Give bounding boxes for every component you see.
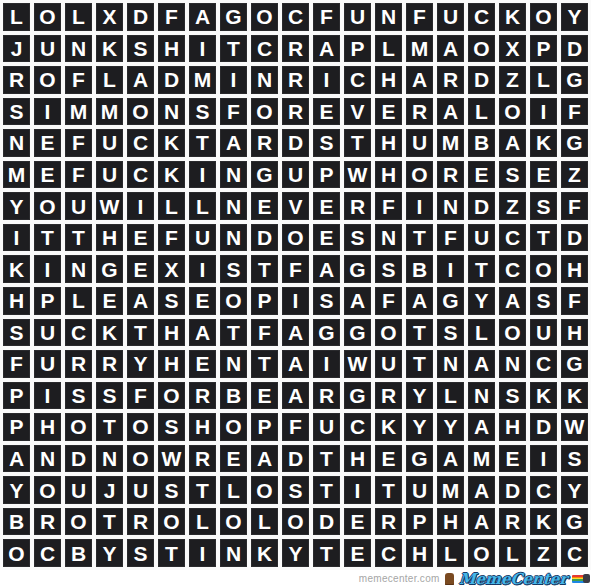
- grid-cell-r14c6: S: [158, 413, 185, 441]
- grid-cell-r6c19: Z: [561, 161, 588, 189]
- grid-cell-r11c13: O: [375, 319, 402, 347]
- grid-cell-r2c9: C: [251, 35, 278, 63]
- word-search-meme: LOLXDFAGOCFUNFUCKOYJUNKSHITCRAPLMAOXPDRO…: [0, 0, 591, 587]
- grid-cell-r10c5: A: [127, 287, 154, 315]
- grid-cell-r4c8: F: [220, 98, 247, 126]
- grid-cell-r15c16: M: [468, 445, 495, 473]
- grid-cell-r1c6: F: [158, 3, 185, 31]
- grid-cell-r17c6: O: [158, 508, 185, 536]
- grid-cell-r5c16: B: [468, 129, 495, 157]
- grid-cell-r7c16: D: [468, 192, 495, 220]
- grid-cell-r11c10: A: [282, 319, 309, 347]
- grid-cell-r4c3: M: [65, 98, 92, 126]
- grid-cell-r10c3: L: [65, 287, 92, 315]
- grid-cell-r17c17: R: [499, 508, 526, 536]
- grid-cell-r18c16: O: [468, 539, 495, 567]
- grid-cell-r8c9: D: [251, 224, 278, 252]
- grid-cell-r10c16: Y: [468, 287, 495, 315]
- grid-cell-r16c8: L: [220, 476, 247, 504]
- grid-cell-r3c6: D: [158, 66, 185, 94]
- grid-cell-r6c7: I: [189, 161, 216, 189]
- grid-cell-r12c3: R: [65, 350, 92, 378]
- grid-cell-r14c13: K: [375, 413, 402, 441]
- grid-cell-r14c2: H: [34, 413, 61, 441]
- grid-cell-r10c13: F: [375, 287, 402, 315]
- grid-cell-r11c17: O: [499, 319, 526, 347]
- grid-cell-r17c7: L: [189, 508, 216, 536]
- grid-cell-r11c6: H: [158, 319, 185, 347]
- grid-cell-r1c9: O: [251, 3, 278, 31]
- grid-cell-r12c15: N: [437, 350, 464, 378]
- grid-cell-r9c7: I: [189, 255, 216, 283]
- grid-cell-r3c5: A: [127, 66, 154, 94]
- grid-cell-r8c19: D: [561, 224, 588, 252]
- grid-cell-r16c15: M: [437, 476, 464, 504]
- grid-cell-r6c1: M: [3, 161, 30, 189]
- grid-cell-r17c8: O: [220, 508, 247, 536]
- grid-cell-r9c14: B: [406, 255, 433, 283]
- grid-cell-r12c5: Y: [127, 350, 154, 378]
- grid-cell-r18c19: C: [561, 539, 588, 567]
- grid-cell-r7c1: Y: [3, 192, 30, 220]
- grid-cell-r18c7: I: [189, 539, 216, 567]
- grid-cell-r3c15: R: [437, 66, 464, 94]
- grid-cell-r9c17: C: [499, 255, 526, 283]
- grid-cell-r4c10: R: [282, 98, 309, 126]
- grid-cell-r4c9: O: [251, 98, 278, 126]
- grid-cell-r8c17: C: [499, 224, 526, 252]
- grid-cell-r5c2: E: [34, 129, 61, 157]
- grid-cell-r5c19: G: [561, 129, 588, 157]
- grid-cell-r4c12: V: [344, 98, 371, 126]
- grid-cell-r17c19: G: [561, 508, 588, 536]
- grid-cell-r5c8: A: [220, 129, 247, 157]
- grid-cell-r17c12: E: [344, 508, 371, 536]
- grid-cell-r16c19: Y: [561, 476, 588, 504]
- grid-cell-r10c14: A: [406, 287, 433, 315]
- grid-cell-r6c5: C: [127, 161, 154, 189]
- grid-cell-r6c17: S: [499, 161, 526, 189]
- grid-cell-r6c8: N: [220, 161, 247, 189]
- grid-cell-r7c18: S: [530, 192, 557, 220]
- grid-cell-r7c11: E: [313, 192, 340, 220]
- grid-cell-r18c8: N: [220, 539, 247, 567]
- grid-cell-r1c17: K: [499, 3, 526, 31]
- grid-cell-r5c6: K: [158, 129, 185, 157]
- grid-cell-r3c19: G: [561, 66, 588, 94]
- grid-cell-r13c12: G: [344, 382, 371, 410]
- grid-cell-r4c4: M: [96, 98, 123, 126]
- grid-cell-r1c7: A: [189, 3, 216, 31]
- grid-cell-r1c11: F: [313, 3, 340, 31]
- grid-cell-r7c2: O: [34, 192, 61, 220]
- grid-cell-r17c14: P: [406, 508, 433, 536]
- grid-cell-r14c8: O: [220, 413, 247, 441]
- grid-cell-r11c8: T: [220, 319, 247, 347]
- grid-cell-r14c1: P: [3, 413, 30, 441]
- grid-cell-r2c6: H: [158, 35, 185, 63]
- grid-cell-r2c14: M: [406, 35, 433, 63]
- grid-cell-r17c4: T: [96, 508, 123, 536]
- grid-cell-r15c4: N: [96, 445, 123, 473]
- grid-cell-r11c18: U: [530, 319, 557, 347]
- grid-cell-r13c8: B: [220, 382, 247, 410]
- grid-cell-r15c2: N: [34, 445, 61, 473]
- grid-cell-r8c13: N: [375, 224, 402, 252]
- grid-cell-r9c6: X: [158, 255, 185, 283]
- bear-mascot-icon: [445, 573, 454, 585]
- grid-cell-r9c15: I: [437, 255, 464, 283]
- grid-cell-r16c10: S: [282, 476, 309, 504]
- grid-cell-r15c3: D: [65, 445, 92, 473]
- grid-cell-r11c4: K: [96, 319, 123, 347]
- grid-cell-r2c3: N: [65, 35, 92, 63]
- grid-cell-r11c19: H: [561, 319, 588, 347]
- grid-cell-r16c12: I: [344, 476, 371, 504]
- grid-cell-r3c12: C: [344, 66, 371, 94]
- grid-cell-r2c1: J: [3, 35, 30, 63]
- grid-cell-r6c9: G: [251, 161, 278, 189]
- grid-cell-r7c5: I: [127, 192, 154, 220]
- grid-cell-r9c16: T: [468, 255, 495, 283]
- grid-cell-r18c9: K: [251, 539, 278, 567]
- grid-cell-r3c11: I: [313, 66, 340, 94]
- grid-cell-r10c6: S: [158, 287, 185, 315]
- grid-cell-r5c1: N: [3, 129, 30, 157]
- grid-cell-r7c9: E: [251, 192, 278, 220]
- grid-cell-r18c17: L: [499, 539, 526, 567]
- grid-cell-r1c5: D: [127, 3, 154, 31]
- grid-cell-r13c2: I: [34, 382, 61, 410]
- grid-cell-r4c11: E: [313, 98, 340, 126]
- grid-cell-r15c18: I: [530, 445, 557, 473]
- grid-cell-r10c8: O: [220, 287, 247, 315]
- grid-cell-r12c11: I: [313, 350, 340, 378]
- grid-cell-r9c18: O: [530, 255, 557, 283]
- grid-cell-r10c12: A: [344, 287, 371, 315]
- grid-cell-r8c5: E: [127, 224, 154, 252]
- grid-cell-r9c11: A: [313, 255, 340, 283]
- grid-cell-r16c13: T: [375, 476, 402, 504]
- grid-cell-r8c18: T: [530, 224, 557, 252]
- grid-cell-r9c5: E: [127, 255, 154, 283]
- grid-cell-r11c14: T: [406, 319, 433, 347]
- grid-cell-r5c18: K: [530, 129, 557, 157]
- grid-cell-r10c9: P: [251, 287, 278, 315]
- grid-cell-r1c18: O: [530, 3, 557, 31]
- grid-cell-r9c12: G: [344, 255, 371, 283]
- grid-cell-r17c11: D: [313, 508, 340, 536]
- grid-cell-r17c15: H: [437, 508, 464, 536]
- grid-cell-r16c18: C: [530, 476, 557, 504]
- grid-cell-r6c18: E: [530, 161, 557, 189]
- grid-cell-r18c11: T: [313, 539, 340, 567]
- grid-cell-r6c10: U: [282, 161, 309, 189]
- grid-cell-r4c15: A: [437, 98, 464, 126]
- grid-cell-r8c12: S: [344, 224, 371, 252]
- grid-cell-r1c12: U: [344, 3, 371, 31]
- grid-cell-r7c3: U: [65, 192, 92, 220]
- site-url-text: memecenter.com: [359, 573, 440, 584]
- grid-cell-r9c1: K: [3, 255, 30, 283]
- grid-cell-r13c3: S: [65, 382, 92, 410]
- grid-cell-r3c18: L: [530, 66, 557, 94]
- grid-cell-r10c18: S: [530, 287, 557, 315]
- grid-cell-r9c13: S: [375, 255, 402, 283]
- grid-cell-r15c14: G: [406, 445, 433, 473]
- grid-cell-r18c13: C: [375, 539, 402, 567]
- grid-cell-r8c4: H: [96, 224, 123, 252]
- grid-cell-r15c7: R: [189, 445, 216, 473]
- grid-cell-r8c11: E: [313, 224, 340, 252]
- grid-cell-r7c8: N: [220, 192, 247, 220]
- grid-cell-r1c19: Y: [561, 3, 588, 31]
- grid-cell-r3c16: D: [468, 66, 495, 94]
- grid-cell-r13c9: E: [251, 382, 278, 410]
- grid-cell-r8c15: F: [437, 224, 464, 252]
- grid-cell-r3c10: R: [282, 66, 309, 94]
- grid-cell-r13c15: L: [437, 382, 464, 410]
- grid-cell-r13c19: K: [561, 382, 588, 410]
- grid-cell-r15c8: E: [220, 445, 247, 473]
- grid-cell-r4c5: O: [127, 98, 154, 126]
- grid-cell-r7c14: I: [406, 192, 433, 220]
- grid-cell-r15c19: S: [561, 445, 588, 473]
- grid-cell-r12c4: R: [96, 350, 123, 378]
- grid-cell-r17c9: L: [251, 508, 278, 536]
- grid-cell-r14c15: Y: [437, 413, 464, 441]
- grid-cell-r11c7: A: [189, 319, 216, 347]
- grid-cell-r8c16: U: [468, 224, 495, 252]
- grid-cell-r14c18: D: [530, 413, 557, 441]
- grid-cell-r16c14: U: [406, 476, 433, 504]
- grid-cell-r4c17: O: [499, 98, 526, 126]
- memecenter-logo: MemeCenter: [458, 570, 568, 587]
- grid-cell-r1c14: F: [406, 3, 433, 31]
- grid-cell-r16c17: D: [499, 476, 526, 504]
- grid-cell-r16c1: Y: [3, 476, 30, 504]
- grid-cell-r17c5: R: [127, 508, 154, 536]
- grid-cell-r11c9: F: [251, 319, 278, 347]
- grid-cell-r16c6: S: [158, 476, 185, 504]
- nyan-cat-icon: [572, 575, 586, 583]
- grid-cell-r4c14: R: [406, 98, 433, 126]
- grid-cell-r3c7: M: [189, 66, 216, 94]
- grid-cell-r2c13: L: [375, 35, 402, 63]
- grid-cell-r8c3: T: [65, 224, 92, 252]
- grid-cell-r12c2: U: [34, 350, 61, 378]
- grid-cell-r15c9: A: [251, 445, 278, 473]
- grid-cell-r10c19: F: [561, 287, 588, 315]
- grid-cell-r14c7: H: [189, 413, 216, 441]
- grid-cell-r12c9: T: [251, 350, 278, 378]
- grid-cell-r8c7: U: [189, 224, 216, 252]
- grid-cell-r10c4: E: [96, 287, 123, 315]
- grid-cell-r8c1: I: [3, 224, 30, 252]
- grid-cell-r11c16: L: [468, 319, 495, 347]
- grid-cell-r12c14: T: [406, 350, 433, 378]
- grid-cell-r16c5: U: [127, 476, 154, 504]
- grid-cell-r9c10: F: [282, 255, 309, 283]
- grid-cell-r17c3: O: [65, 508, 92, 536]
- grid-cell-r3c13: H: [375, 66, 402, 94]
- grid-cell-r15c13: E: [375, 445, 402, 473]
- grid-cell-r5c13: H: [375, 129, 402, 157]
- grid-cell-r3c3: F: [65, 66, 92, 94]
- grid-cell-r7c13: F: [375, 192, 402, 220]
- grid-cell-r5c12: T: [344, 129, 371, 157]
- grid-cell-r5c14: U: [406, 129, 433, 157]
- grid-cell-r1c4: X: [96, 3, 123, 31]
- grid-cell-r14c9: P: [251, 413, 278, 441]
- grid-cell-r5c3: F: [65, 129, 92, 157]
- grid-cell-r3c8: I: [220, 66, 247, 94]
- grid-cell-r5c4: U: [96, 129, 123, 157]
- grid-cell-r15c1: A: [3, 445, 30, 473]
- grid-cell-r2c12: P: [344, 35, 371, 63]
- grid-cell-r2c8: T: [220, 35, 247, 63]
- grid-cell-r5c10: D: [282, 129, 309, 157]
- grid-cell-r7c6: L: [158, 192, 185, 220]
- grid-cell-r17c16: A: [468, 508, 495, 536]
- grid-cell-r4c13: E: [375, 98, 402, 126]
- grid-cell-r13c6: O: [158, 382, 185, 410]
- grid-cell-r1c13: N: [375, 3, 402, 31]
- grid-cell-r11c2: U: [34, 319, 61, 347]
- grid-cell-r14c17: H: [499, 413, 526, 441]
- grid-cell-r1c1: L: [3, 3, 30, 31]
- grid-cell-r9c3: N: [65, 255, 92, 283]
- grid-cell-r12c18: C: [530, 350, 557, 378]
- grid-cell-r7c4: W: [96, 192, 123, 220]
- grid-cell-r16c4: J: [96, 476, 123, 504]
- grid-cell-r15c6: W: [158, 445, 185, 473]
- grid-cell-r15c12: H: [344, 445, 371, 473]
- grid-cell-r6c6: K: [158, 161, 185, 189]
- grid-cell-r12c12: W: [344, 350, 371, 378]
- grid-cell-r12c7: E: [189, 350, 216, 378]
- grid-cell-r17c10: O: [282, 508, 309, 536]
- grid-cell-r14c16: A: [468, 413, 495, 441]
- grid-cell-r10c11: S: [313, 287, 340, 315]
- grid-cell-r1c2: O: [34, 3, 61, 31]
- grid-cell-r12c10: A: [282, 350, 309, 378]
- grid-cell-r12c6: H: [158, 350, 185, 378]
- grid-cell-r9c9: T: [251, 255, 278, 283]
- grid-cell-r2c2: U: [34, 35, 61, 63]
- grid-cell-r2c15: A: [437, 35, 464, 63]
- grid-cell-r7c7: L: [189, 192, 216, 220]
- grid-cell-r6c12: W: [344, 161, 371, 189]
- grid-cell-r6c4: U: [96, 161, 123, 189]
- grid-cell-r11c11: G: [313, 319, 340, 347]
- grid-cell-r18c6: T: [158, 539, 185, 567]
- grid-cell-r7c10: V: [282, 192, 309, 220]
- grid-cell-r11c1: S: [3, 319, 30, 347]
- grid-cell-r11c5: T: [127, 319, 154, 347]
- grid-cell-r10c7: E: [189, 287, 216, 315]
- grid-cell-r14c11: U: [313, 413, 340, 441]
- grid-cell-r10c17: A: [499, 287, 526, 315]
- grid-cell-r16c16: A: [468, 476, 495, 504]
- grid-cell-r14c3: O: [65, 413, 92, 441]
- grid-cell-r2c11: A: [313, 35, 340, 63]
- grid-cell-r14c14: Y: [406, 413, 433, 441]
- grid-cell-r18c12: E: [344, 539, 371, 567]
- grid-cell-r4c18: I: [530, 98, 557, 126]
- word-search-grid: LOLXDFAGOCFUNFUCKOYJUNKSHITCRAPLMAOXPDRO…: [0, 0, 591, 570]
- grid-cell-r8c10: O: [282, 224, 309, 252]
- grid-cell-r15c11: T: [313, 445, 340, 473]
- grid-cell-r7c19: F: [561, 192, 588, 220]
- grid-cell-r17c18: K: [530, 508, 557, 536]
- grid-cell-r6c3: F: [65, 161, 92, 189]
- grid-cell-r13c7: R: [189, 382, 216, 410]
- grid-cell-r5c5: C: [127, 129, 154, 157]
- grid-cell-r4c6: N: [158, 98, 185, 126]
- grid-cell-r18c3: B: [65, 539, 92, 567]
- grid-cell-r4c2: I: [34, 98, 61, 126]
- grid-cell-r16c2: O: [34, 476, 61, 504]
- grid-cell-r3c4: L: [96, 66, 123, 94]
- grid-cell-r5c9: R: [251, 129, 278, 157]
- grid-cell-r11c15: S: [437, 319, 464, 347]
- grid-cell-r6c16: E: [468, 161, 495, 189]
- grid-cell-r15c5: O: [127, 445, 154, 473]
- grid-cell-r15c17: E: [499, 445, 526, 473]
- grid-cell-r15c15: A: [437, 445, 464, 473]
- grid-cell-r18c14: H: [406, 539, 433, 567]
- grid-cell-r3c9: N: [251, 66, 278, 94]
- grid-cell-r13c4: S: [96, 382, 123, 410]
- grid-cell-r7c17: Z: [499, 192, 526, 220]
- grid-cell-r2c7: I: [189, 35, 216, 63]
- grid-cell-r18c2: C: [34, 539, 61, 567]
- grid-cell-r14c5: O: [127, 413, 154, 441]
- grid-cell-r18c15: L: [437, 539, 464, 567]
- grid-cell-r3c17: Z: [499, 66, 526, 94]
- grid-cell-r2c10: R: [282, 35, 309, 63]
- grid-cell-r5c7: T: [189, 129, 216, 157]
- grid-cell-r16c7: T: [189, 476, 216, 504]
- grid-cell-r1c8: G: [220, 3, 247, 31]
- grid-cell-r5c11: S: [313, 129, 340, 157]
- grid-cell-r14c19: W: [561, 413, 588, 441]
- grid-cell-r12c19: G: [561, 350, 588, 378]
- grid-cell-r7c12: R: [344, 192, 371, 220]
- grid-cell-r14c4: T: [96, 413, 123, 441]
- grid-cell-r13c1: P: [3, 382, 30, 410]
- grid-cell-r2c17: X: [499, 35, 526, 63]
- grid-cell-r3c1: R: [3, 66, 30, 94]
- grid-cell-r6c13: H: [375, 161, 402, 189]
- grid-cell-r1c16: C: [468, 3, 495, 31]
- grid-cell-r6c15: R: [437, 161, 464, 189]
- grid-cell-r7c15: N: [437, 192, 464, 220]
- grid-cell-r17c1: B: [3, 508, 30, 536]
- grid-cell-r18c4: Y: [96, 539, 123, 567]
- grid-cell-r5c17: A: [499, 129, 526, 157]
- grid-cell-r9c19: H: [561, 255, 588, 283]
- grid-cell-r12c13: U: [375, 350, 402, 378]
- grid-cell-r1c10: C: [282, 3, 309, 31]
- grid-cell-r16c9: O: [251, 476, 278, 504]
- grid-cell-r13c16: N: [468, 382, 495, 410]
- grid-cell-r18c18: Z: [530, 539, 557, 567]
- grid-cell-r3c14: A: [406, 66, 433, 94]
- grid-cell-r4c1: S: [3, 98, 30, 126]
- grid-cell-r18c5: S: [127, 539, 154, 567]
